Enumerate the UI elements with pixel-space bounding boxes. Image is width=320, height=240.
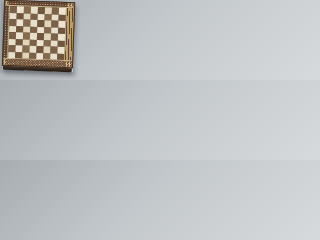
board-border-right: [65, 8, 74, 60]
board-face: [2, 0, 75, 68]
chess-board: [2, 0, 75, 72]
border-corner-bottom-right: [65, 61, 72, 67]
playing-field: [8, 6, 66, 60]
